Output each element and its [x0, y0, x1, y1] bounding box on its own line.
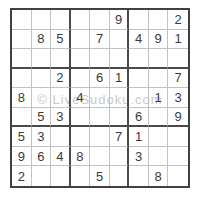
cell-r4c3[interactable]: 2 [51, 69, 71, 89]
cell-r3c4[interactable] [71, 49, 91, 69]
cell-r7c3[interactable] [51, 127, 71, 147]
cell-r3c9[interactable] [168, 49, 188, 69]
cell-r1c3[interactable] [51, 10, 71, 30]
cell-r4c2[interactable] [32, 69, 52, 89]
cell-r4c4[interactable] [71, 69, 91, 89]
cell-r9c4[interactable] [71, 166, 91, 186]
cell-r6c5[interactable] [90, 108, 110, 128]
cell-r1c2[interactable] [32, 10, 52, 30]
cell-r9c7[interactable] [129, 166, 149, 186]
cell-r9c9[interactable] [168, 166, 188, 186]
cell-r7c4[interactable] [71, 127, 91, 147]
cell-r2c3[interactable]: 5 [51, 30, 71, 50]
cell-r5c9[interactable]: 3 [168, 88, 188, 108]
cell-r4c7[interactable] [129, 69, 149, 89]
cell-r3c7[interactable] [129, 49, 149, 69]
cell-r3c5[interactable] [90, 49, 110, 69]
cell-r4c1[interactable] [12, 69, 32, 89]
cell-r5c3[interactable] [51, 88, 71, 108]
cell-r9c2[interactable] [32, 166, 52, 186]
cell-r1c9[interactable]: 2 [168, 10, 188, 30]
cell-r4c9[interactable]: 7 [168, 69, 188, 89]
cell-r6c1[interactable] [12, 108, 32, 128]
cell-r5c8[interactable]: 1 [149, 88, 169, 108]
cell-r8c5[interactable] [90, 147, 110, 167]
cell-r1c6[interactable]: 9 [110, 10, 130, 30]
cell-r8c7[interactable]: 3 [129, 147, 149, 167]
sudoku-board-wrap: © LiveSudoku.com 92857491261784135369537… [10, 8, 190, 188]
cell-r1c7[interactable] [129, 10, 149, 30]
cell-r3c3[interactable] [51, 49, 71, 69]
cell-r6c7[interactable]: 6 [129, 108, 149, 128]
cell-r8c8[interactable] [149, 147, 169, 167]
cell-r7c8[interactable] [149, 127, 169, 147]
cell-r7c5[interactable] [90, 127, 110, 147]
cell-r2c6[interactable] [110, 30, 130, 50]
cell-r8c9[interactable] [168, 147, 188, 167]
cell-r7c7[interactable]: 1 [129, 127, 149, 147]
cell-r8c6[interactable] [110, 147, 130, 167]
cell-r2c9[interactable]: 1 [168, 30, 188, 50]
cell-r3c6[interactable] [110, 49, 130, 69]
cell-r9c3[interactable] [51, 166, 71, 186]
cell-r7c9[interactable] [168, 127, 188, 147]
cell-r2c1[interactable] [12, 30, 32, 50]
cell-r8c4[interactable]: 8 [71, 147, 91, 167]
cell-r7c6[interactable]: 7 [110, 127, 130, 147]
cell-r6c4[interactable] [71, 108, 91, 128]
cell-r3c8[interactable] [149, 49, 169, 69]
cell-r6c9[interactable]: 9 [168, 108, 188, 128]
cell-r6c3[interactable]: 3 [51, 108, 71, 128]
cell-r6c6[interactable] [110, 108, 130, 128]
cell-r5c2[interactable] [32, 88, 52, 108]
cell-r1c8[interactable] [149, 10, 169, 30]
cell-r5c6[interactable] [110, 88, 130, 108]
cell-r8c2[interactable]: 6 [32, 147, 52, 167]
cell-r9c1[interactable]: 2 [12, 166, 32, 186]
cell-r7c2[interactable]: 3 [32, 127, 52, 147]
cell-r1c5[interactable] [90, 10, 110, 30]
cell-r6c8[interactable] [149, 108, 169, 128]
cell-r4c6[interactable]: 1 [110, 69, 130, 89]
cell-r9c8[interactable]: 8 [149, 166, 169, 186]
cell-r6c2[interactable]: 5 [32, 108, 52, 128]
cell-r2c2[interactable]: 8 [32, 30, 52, 50]
cell-r4c5[interactable]: 6 [90, 69, 110, 89]
cell-r8c3[interactable]: 4 [51, 147, 71, 167]
cell-r4c8[interactable] [149, 69, 169, 89]
page: © LiveSudoku.com 92857491261784135369537… [0, 0, 200, 200]
cell-r5c1[interactable]: 8 [12, 88, 32, 108]
sudoku-board: © LiveSudoku.com 92857491261784135369537… [10, 8, 190, 188]
cell-r2c4[interactable] [71, 30, 91, 50]
cell-r1c1[interactable] [12, 10, 32, 30]
cell-r3c2[interactable] [32, 49, 52, 69]
cell-r9c5[interactable]: 5 [90, 166, 110, 186]
cell-r5c4[interactable]: 4 [71, 88, 91, 108]
cell-r7c1[interactable]: 5 [12, 127, 32, 147]
cell-r8c1[interactable]: 9 [12, 147, 32, 167]
cell-r3c1[interactable] [12, 49, 32, 69]
cell-r2c5[interactable]: 7 [90, 30, 110, 50]
cell-r2c8[interactable]: 9 [149, 30, 169, 50]
cell-r9c6[interactable] [110, 166, 130, 186]
cell-r5c5[interactable] [90, 88, 110, 108]
cell-r5c7[interactable] [129, 88, 149, 108]
cell-r2c7[interactable]: 4 [129, 30, 149, 50]
cell-r1c4[interactable] [71, 10, 91, 30]
